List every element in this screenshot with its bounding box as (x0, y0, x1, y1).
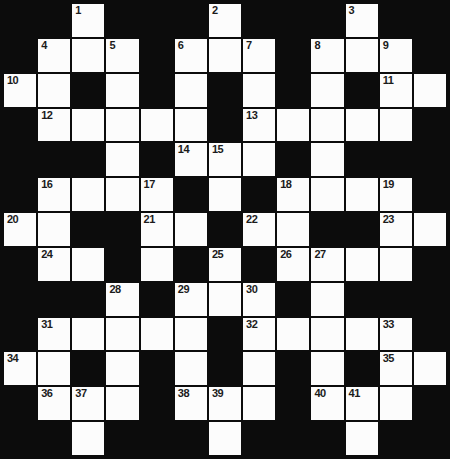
clue-number-6: 6 (178, 40, 184, 52)
clue-number-1: 1 (75, 5, 81, 17)
cell-r3c6-black (209, 109, 241, 142)
cell-r4c1-black (38, 143, 70, 176)
cell-r7c1-white[interactable]: 24 (38, 248, 70, 281)
cell-r7c3-black (106, 248, 138, 281)
cell-r5c1-white[interactable]: 16 (38, 178, 70, 211)
cell-r3c1-white[interactable]: 12 (38, 109, 70, 142)
cell-r4c3-white[interactable] (106, 143, 138, 176)
cell-r4c6-white[interactable]: 15 (209, 143, 241, 176)
cell-r3c11-white[interactable] (380, 109, 412, 142)
cell-r12c4-black (141, 422, 173, 455)
cell-r1c11-white[interactable]: 9 (380, 39, 412, 72)
cell-r7c12-black (414, 248, 446, 281)
cell-r10c1-white[interactable] (38, 352, 70, 385)
clue-number-37: 37 (75, 388, 86, 400)
cell-r10c11-white[interactable]: 35 (380, 352, 412, 385)
cell-r6c12-white[interactable] (414, 213, 446, 246)
cell-r11c11-white[interactable] (380, 387, 412, 420)
clue-number-8: 8 (314, 40, 320, 52)
cell-r7c5-black (175, 248, 207, 281)
cell-r0c1-black (38, 4, 70, 37)
cell-r2c5-white[interactable] (175, 74, 207, 107)
clue-number-22: 22 (246, 214, 257, 226)
cell-r5c9-white[interactable] (311, 178, 343, 211)
clue-number-5: 5 (109, 40, 115, 52)
cell-r0c8-black (277, 4, 309, 37)
cell-r8c7-white[interactable]: 30 (243, 283, 275, 316)
clue-number-29: 29 (178, 284, 189, 296)
cell-r11c8-black (277, 387, 309, 420)
clue-number-40: 40 (314, 388, 325, 400)
cell-r3c4-white[interactable] (141, 109, 173, 142)
cell-r5c3-white[interactable] (106, 178, 138, 211)
cell-r12c0-black (4, 422, 36, 455)
cell-r3c2-white[interactable] (72, 109, 104, 142)
cell-r6c10-black (346, 213, 378, 246)
cell-r4c4-black (141, 143, 173, 176)
clue-number-26: 26 (280, 249, 291, 261)
cell-r7c2-white[interactable] (72, 248, 104, 281)
cell-r4c9-white[interactable] (311, 143, 343, 176)
cell-r10c2-black (72, 352, 104, 385)
cell-r8c11-black (380, 283, 412, 316)
cell-r8c12-black (414, 283, 446, 316)
cell-r3c8-white[interactable] (277, 109, 309, 142)
cell-r0c11-black (380, 4, 412, 37)
cell-r2c4-black (141, 74, 173, 107)
clue-number-35: 35 (383, 353, 394, 365)
cell-r2c3-white[interactable] (106, 74, 138, 107)
cell-r0c7-black (243, 4, 275, 37)
clue-number-17: 17 (144, 179, 155, 191)
clue-number-3: 3 (349, 5, 355, 17)
cell-r8c8-black (277, 283, 309, 316)
cell-r10c4-black (141, 352, 173, 385)
cell-r2c8-black (277, 74, 309, 107)
clue-number-9: 9 (383, 40, 389, 52)
cell-r6c11-white[interactable]: 23 (380, 213, 412, 246)
cell-r10c12-white[interactable] (414, 352, 446, 385)
cell-r12c3-black (106, 422, 138, 455)
cell-r5c12-black (414, 178, 446, 211)
cell-r11c10-white[interactable]: 41 (346, 387, 378, 420)
cell-r1c0-black (4, 39, 36, 72)
clue-number-21: 21 (144, 214, 155, 226)
cell-r4c12-black (414, 143, 446, 176)
clue-number-25: 25 (212, 249, 223, 261)
cell-r0c10-white[interactable]: 3 (346, 4, 378, 37)
clue-number-7: 7 (246, 40, 252, 52)
cell-r11c2-white[interactable]: 37 (72, 387, 104, 420)
clue-number-33: 33 (383, 319, 394, 331)
cell-r12c2-white[interactable] (72, 422, 104, 455)
clue-number-38: 38 (178, 388, 189, 400)
cell-r6c4-white[interactable]: 21 (141, 213, 173, 246)
cell-r11c3-white[interactable] (106, 387, 138, 420)
cell-r3c0-black (4, 109, 36, 142)
cell-r1c8-black (277, 39, 309, 72)
cell-r8c4-black (141, 283, 173, 316)
clue-number-30: 30 (246, 284, 257, 296)
clue-number-24: 24 (41, 249, 52, 261)
clue-number-13: 13 (246, 110, 257, 122)
cell-r7c10-white[interactable] (346, 248, 378, 281)
cell-r3c9-white[interactable] (311, 109, 343, 142)
clue-number-39: 39 (212, 388, 223, 400)
cell-r9c0-black (4, 318, 36, 351)
cell-r1c1-white[interactable]: 4 (38, 39, 70, 72)
clue-number-14: 14 (178, 144, 189, 156)
cell-r8c9-white[interactable] (311, 283, 343, 316)
cell-r1c4-black (141, 39, 173, 72)
cell-r2c6-black (209, 74, 241, 107)
cell-r3c12-black (414, 109, 446, 142)
cell-r7c7-black (243, 248, 275, 281)
cell-r9c3-white[interactable] (106, 318, 138, 351)
cell-r12c5-black (175, 422, 207, 455)
cell-r6c7-white[interactable]: 22 (243, 213, 275, 246)
cell-r4c7-white[interactable] (243, 143, 275, 176)
cell-r7c8-white[interactable]: 26 (277, 248, 309, 281)
crossword-page: 1234567891011121314151617181920212223242… (0, 0, 450, 459)
cell-r3c3-white[interactable] (106, 109, 138, 142)
cell-r12c6-white[interactable] (209, 422, 241, 455)
cell-r1c10-white[interactable] (346, 39, 378, 72)
cell-r2c11-white[interactable]: 11 (380, 74, 412, 107)
clue-number-10: 10 (7, 75, 18, 87)
cell-r7c9-white[interactable]: 27 (311, 248, 343, 281)
cell-r10c7-white[interactable] (243, 352, 275, 385)
cell-r7c4-white[interactable] (141, 248, 173, 281)
clue-number-31: 31 (41, 319, 52, 331)
cell-r1c5-white[interactable]: 6 (175, 39, 207, 72)
cell-r10c6-black (209, 352, 241, 385)
cell-r11c12-black (414, 387, 446, 420)
cell-r0c3-black (106, 4, 138, 37)
clue-number-15: 15 (212, 144, 223, 156)
cell-r6c3-black (106, 213, 138, 246)
cell-r2c7-white[interactable] (243, 74, 275, 107)
cell-r0c9-black (311, 4, 343, 37)
clue-number-41: 41 (349, 388, 360, 400)
cell-r0c5-black (175, 4, 207, 37)
cell-r9c5-white[interactable] (175, 318, 207, 351)
cell-r1c7-white[interactable]: 7 (243, 39, 275, 72)
clue-number-32: 32 (246, 319, 257, 331)
cell-r2c10-black (346, 74, 378, 107)
cell-r11c9-white[interactable]: 40 (311, 387, 343, 420)
cell-r2c0-white[interactable]: 10 (4, 74, 36, 107)
cell-r9c11-white[interactable]: 33 (380, 318, 412, 351)
cell-r4c2-black (72, 143, 104, 176)
cell-r5c11-white[interactable]: 19 (380, 178, 412, 211)
cell-r0c0-black (4, 4, 36, 37)
cell-r8c10-black (346, 283, 378, 316)
cell-r3c5-white[interactable] (175, 109, 207, 142)
cell-r6c5-white[interactable] (175, 213, 207, 246)
cell-r12c7-black (243, 422, 275, 455)
cell-r7c6-white[interactable]: 25 (209, 248, 241, 281)
cell-r1c3-white[interactable]: 5 (106, 39, 138, 72)
cell-r8c0-black (4, 283, 36, 316)
cell-r6c2-black (72, 213, 104, 246)
cell-r9c8-white[interactable] (277, 318, 309, 351)
cell-r2c12-white[interactable] (414, 74, 446, 107)
cell-r10c0-white[interactable]: 34 (4, 352, 36, 385)
cell-r11c5-white[interactable]: 38 (175, 387, 207, 420)
cell-r10c5-white[interactable] (175, 352, 207, 385)
cell-r7c0-black (4, 248, 36, 281)
cell-r10c8-black (277, 352, 309, 385)
cell-r4c11-black (380, 143, 412, 176)
crossword-board: 1234567891011121314151617181920212223242… (0, 0, 450, 459)
clue-number-2: 2 (212, 5, 218, 17)
cell-r2c9-white[interactable] (311, 74, 343, 107)
cell-r5c4-white[interactable]: 17 (141, 178, 173, 211)
cell-r8c2-black (72, 283, 104, 316)
cell-r6c0-white[interactable]: 20 (4, 213, 36, 246)
clue-number-18: 18 (280, 179, 291, 191)
cell-r0c4-black (141, 4, 173, 37)
cell-r1c9-white[interactable]: 8 (311, 39, 343, 72)
cell-r2c2-black (72, 74, 104, 107)
cell-r5c0-black (4, 178, 36, 211)
cell-r11c4-black (141, 387, 173, 420)
cell-r12c1-black (38, 422, 70, 455)
cell-r5c2-white[interactable] (72, 178, 104, 211)
cell-r12c10-white[interactable] (346, 422, 378, 455)
cell-r4c0-black (4, 143, 36, 176)
cell-r6c9-black (311, 213, 343, 246)
cell-r9c4-white[interactable] (141, 318, 173, 351)
cell-r9c12-black (414, 318, 446, 351)
cell-r10c9-white[interactable] (311, 352, 343, 385)
clue-number-20: 20 (7, 214, 18, 226)
cell-r9c2-white[interactable] (72, 318, 104, 351)
clue-number-19: 19 (383, 179, 394, 191)
cell-r3c7-white[interactable]: 13 (243, 109, 275, 142)
cell-r9c9-white[interactable] (311, 318, 343, 351)
cell-r12c8-black (277, 422, 309, 455)
clue-number-27: 27 (314, 249, 325, 261)
cell-r4c10-black (346, 143, 378, 176)
cell-r8c6-white[interactable] (209, 283, 241, 316)
cell-r12c12-black (414, 422, 446, 455)
cell-r10c3-white[interactable] (106, 352, 138, 385)
cell-r9c6-black (209, 318, 241, 351)
cell-r9c1-white[interactable]: 31 (38, 318, 70, 351)
cell-r1c6-white[interactable] (209, 39, 241, 72)
cell-r5c6-white[interactable] (209, 178, 241, 211)
cell-r0c6-white[interactable]: 2 (209, 4, 241, 37)
cell-r10c10-black (346, 352, 378, 385)
cell-r9c10-white[interactable] (346, 318, 378, 351)
cell-r11c7-white[interactable] (243, 387, 275, 420)
cell-r5c5-black (175, 178, 207, 211)
cell-r11c6-white[interactable]: 39 (209, 387, 241, 420)
cell-r1c12-black (414, 39, 446, 72)
cell-r1c2-white[interactable] (72, 39, 104, 72)
cell-r11c1-white[interactable]: 36 (38, 387, 70, 420)
cell-r3c10-white[interactable] (346, 109, 378, 142)
cell-r5c10-white[interactable] (346, 178, 378, 211)
cell-r4c5-white[interactable]: 14 (175, 143, 207, 176)
cell-r2c1-white[interactable] (38, 74, 70, 107)
cell-r6c8-white[interactable] (277, 213, 309, 246)
cell-r9c7-white[interactable]: 32 (243, 318, 275, 351)
cell-r0c2-white[interactable]: 1 (72, 4, 104, 37)
cell-r8c5-white[interactable]: 29 (175, 283, 207, 316)
clue-number-36: 36 (41, 388, 52, 400)
clue-number-11: 11 (383, 75, 394, 87)
cell-r0c12-black (414, 4, 446, 37)
clue-number-28: 28 (109, 284, 120, 296)
clue-number-4: 4 (41, 40, 47, 52)
clue-number-34: 34 (7, 353, 18, 365)
cell-r7c11-white[interactable] (380, 248, 412, 281)
cell-r5c7-black (243, 178, 275, 211)
cell-r8c3-white[interactable]: 28 (106, 283, 138, 316)
clue-number-23: 23 (383, 214, 394, 226)
cell-r12c11-black (380, 422, 412, 455)
clue-number-12: 12 (41, 110, 52, 122)
cell-r8c1-black (38, 283, 70, 316)
cell-r12c9-black (311, 422, 343, 455)
cell-r5c8-white[interactable]: 18 (277, 178, 309, 211)
clue-number-16: 16 (41, 179, 52, 191)
cell-r6c1-white[interactable] (38, 213, 70, 246)
cell-r4c8-black (277, 143, 309, 176)
cell-r11c0-black (4, 387, 36, 420)
cell-r6c6-black (209, 213, 241, 246)
